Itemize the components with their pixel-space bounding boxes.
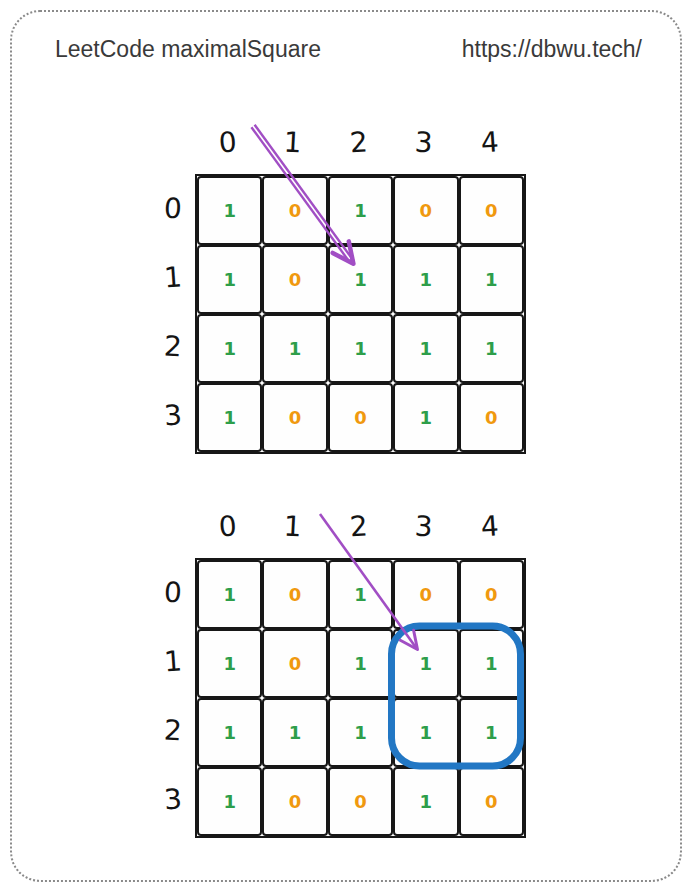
- matrix-cell: 1: [328, 629, 393, 698]
- cell-value: 1: [223, 340, 236, 358]
- cell-value: 1: [485, 271, 498, 289]
- cell-value: 1: [420, 340, 433, 358]
- col-label: 3: [390, 504, 457, 547]
- row-labels: 0123: [151, 174, 195, 454]
- col-label: 0: [194, 120, 262, 164]
- col-label: 4: [455, 120, 523, 164]
- matrix-board: 10100101111111110010: [195, 174, 526, 454]
- matrix-cell: 1: [328, 245, 393, 314]
- matrix-cell: 1: [262, 314, 327, 383]
- col-label: 2: [324, 504, 392, 548]
- cell-value: 0: [354, 793, 367, 811]
- cell-value: 0: [289, 793, 302, 811]
- matrix-cell: 1: [393, 698, 458, 767]
- row-label: 1: [149, 242, 198, 314]
- cell-value: 1: [223, 586, 236, 604]
- matrix-cell: 0: [459, 767, 524, 836]
- cell-value: 1: [289, 340, 302, 358]
- matrix-cell: 0: [262, 560, 327, 629]
- matrix-cell: 0: [262, 383, 327, 452]
- matrix-cell: 0: [459, 176, 524, 245]
- cell-value: 0: [289, 271, 302, 289]
- row-label: 1: [149, 626, 198, 698]
- cell-value: 0: [289, 586, 302, 604]
- row-label: 2: [149, 311, 197, 382]
- matrix-cell: 1: [393, 314, 458, 383]
- cell-value: 0: [420, 586, 433, 604]
- matrix-cell: 1: [197, 176, 262, 245]
- cell-value: 1: [420, 793, 433, 811]
- cell-value: 1: [223, 202, 236, 220]
- matrix-cell: 1: [197, 314, 262, 383]
- matrix-board: 10100101111111110010: [195, 558, 526, 838]
- matrix-cell: 1: [328, 176, 393, 245]
- cell-value: 1: [485, 655, 498, 673]
- cell-value: 0: [289, 409, 302, 427]
- matrix-cell: 1: [262, 698, 327, 767]
- cell-value: 1: [420, 409, 433, 427]
- matrix-cell: 1: [197, 383, 262, 452]
- page: LeetCode maximalSquare https://dbwu.tech…: [0, 0, 692, 892]
- column-labels: 01234: [195, 506, 526, 546]
- cell-value: 1: [223, 655, 236, 673]
- column-labels: 01234: [195, 122, 526, 162]
- cell-value: 0: [289, 655, 302, 673]
- row-labels: 0123: [151, 558, 195, 838]
- cell-value: 0: [485, 793, 498, 811]
- cell-value: 1: [420, 724, 433, 742]
- matrix-grid-top: 01234 0123 10100101111111110010: [151, 122, 526, 454]
- matrix-cell: 1: [197, 767, 262, 836]
- matrix-cell: 1: [393, 767, 458, 836]
- cell-value: 1: [289, 724, 302, 742]
- cell-value: 0: [485, 202, 498, 220]
- cell-value: 0: [289, 202, 302, 220]
- matrix-cell: 1: [328, 698, 393, 767]
- matrix-cell: 0: [459, 560, 524, 629]
- matrix-cell: 0: [393, 176, 458, 245]
- cell-value: 1: [485, 340, 498, 358]
- cell-value: 1: [354, 724, 367, 742]
- cell-value: 1: [354, 655, 367, 673]
- cell-value: 1: [354, 202, 367, 220]
- matrix-cell: 0: [262, 629, 327, 698]
- matrix-cell: 1: [393, 629, 458, 698]
- matrix-cell: 0: [328, 767, 393, 836]
- matrix-cell: 1: [459, 314, 524, 383]
- cell-value: 0: [354, 409, 367, 427]
- matrix-cell: 1: [459, 245, 524, 314]
- col-label: 1: [259, 504, 326, 547]
- matrix-cell: 1: [328, 560, 393, 629]
- matrix-cell: 1: [328, 314, 393, 383]
- cell-value: 1: [223, 409, 236, 427]
- cell-value: 1: [223, 793, 236, 811]
- col-label: 1: [259, 120, 326, 163]
- matrix-cell: 1: [459, 629, 524, 698]
- cell-value: 1: [223, 724, 236, 742]
- col-label: 0: [194, 504, 262, 548]
- cell-value: 1: [354, 271, 367, 289]
- matrix-cell: 1: [393, 245, 458, 314]
- matrix-cell: 0: [262, 767, 327, 836]
- cell-value: 0: [485, 409, 498, 427]
- page-url: https://dbwu.tech/: [462, 36, 642, 63]
- matrix-cell: 1: [197, 629, 262, 698]
- matrix-cell: 0: [262, 176, 327, 245]
- cell-value: 1: [354, 586, 367, 604]
- cell-value: 1: [223, 271, 236, 289]
- matrix-cell: 0: [459, 383, 524, 452]
- matrix-cell: 1: [393, 383, 458, 452]
- page-title: LeetCode maximalSquare: [55, 36, 321, 63]
- row-label: 3: [149, 764, 198, 836]
- row-label: 0: [149, 557, 197, 628]
- cell-value: 0: [420, 202, 433, 220]
- matrix-cell: 0: [262, 245, 327, 314]
- matrix-cell: 1: [197, 560, 262, 629]
- matrix-cell: 1: [197, 698, 262, 767]
- cell-value: 1: [354, 340, 367, 358]
- row-label: 0: [149, 173, 197, 244]
- cell-value: 1: [420, 271, 433, 289]
- matrix-cell: 1: [197, 245, 262, 314]
- row-label: 3: [149, 380, 198, 452]
- matrix-cell: 1: [459, 698, 524, 767]
- col-label: 3: [390, 120, 457, 163]
- cell-value: 0: [485, 586, 498, 604]
- col-label: 2: [324, 120, 392, 164]
- col-label: 4: [455, 504, 523, 548]
- matrix-cell: 0: [393, 560, 458, 629]
- cell-value: 1: [420, 655, 433, 673]
- row-label: 2: [149, 695, 197, 766]
- matrix-cell: 0: [328, 383, 393, 452]
- cell-value: 1: [485, 724, 498, 742]
- matrix-grid-bottom: 01234 0123 10100101111111110010: [151, 506, 526, 838]
